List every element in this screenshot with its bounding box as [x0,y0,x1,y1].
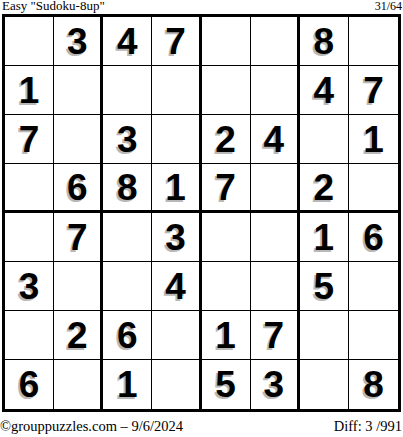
cell-r7c8[interactable] [349,311,398,360]
cell-r6c6[interactable] [251,262,300,311]
cell-r1c4[interactable]: 7 [152,17,201,66]
cell-r2c5[interactable] [202,66,251,115]
cell-r4c4[interactable]: 1 [152,164,201,213]
cell-r6c7[interactable]: 5 [300,262,349,311]
cell-r6c2[interactable] [54,262,103,311]
cell-r6c3[interactable] [103,262,152,311]
cell-r8c3[interactable]: 1 [103,360,152,409]
cell-r1c8[interactable] [349,17,398,66]
cell-r7c4[interactable] [152,311,201,360]
cell-r4c8[interactable] [349,164,398,213]
cell-r3c4[interactable] [152,115,201,164]
cell-r8c2[interactable] [54,360,103,409]
cell-r5c7[interactable]: 1 [300,213,349,262]
cell-r3c5[interactable]: 2 [202,115,251,164]
cell-r5c3[interactable] [103,213,152,262]
cell-r3c8[interactable]: 1 [349,115,398,164]
cell-r7c1[interactable] [5,311,54,360]
cell-r3c6[interactable]: 4 [251,115,300,164]
cell-r4c1[interactable] [5,164,54,213]
cell-r7c5[interactable]: 1 [202,311,251,360]
cell-r2c4[interactable] [152,66,201,115]
cell-r6c8[interactable] [349,262,398,311]
cell-r8c4[interactable] [152,360,201,409]
cell-r4c3[interactable]: 8 [103,164,152,213]
cell-r2c3[interactable] [103,66,152,115]
cell-r2c1[interactable]: 1 [5,66,54,115]
cell-r8c5[interactable]: 5 [202,360,251,409]
cell-r2c2[interactable] [54,66,103,115]
cell-r5c8[interactable]: 6 [349,213,398,262]
cell-r2c7[interactable]: 4 [300,66,349,115]
cell-r1c6[interactable] [251,17,300,66]
cell-r6c5[interactable] [202,262,251,311]
page-indicator: 31/64 [375,0,402,13]
cell-r8c7[interactable] [300,360,349,409]
sudoku-board: 347814773241681727316345261761538 [2,14,401,412]
cell-r7c7[interactable] [300,311,349,360]
cell-r2c8[interactable]: 7 [349,66,398,115]
copyright-credit: ©grouppuzzles.com – 9/6/2024 [0,418,183,434]
cell-r3c3[interactable]: 3 [103,115,152,164]
cell-r6c4[interactable]: 4 [152,262,201,311]
cell-r3c2[interactable] [54,115,103,164]
cell-r2c6[interactable] [251,66,300,115]
cell-r4c2[interactable]: 6 [54,164,103,213]
cell-r8c6[interactable]: 3 [251,360,300,409]
cell-r1c7[interactable]: 8 [300,17,349,66]
cell-r5c1[interactable] [5,213,54,262]
cell-r1c5[interactable] [202,17,251,66]
cell-r3c1[interactable]: 7 [5,115,54,164]
difficulty-label: Diff: 3 /991 [334,418,402,434]
header: Easy "Sudoku-8up" 31/64 [2,0,402,13]
cell-r5c2[interactable]: 7 [54,213,103,262]
cell-r5c4[interactable]: 3 [152,213,201,262]
cell-r1c2[interactable]: 3 [54,17,103,66]
cell-r7c2[interactable]: 2 [54,311,103,360]
cell-r1c3[interactable]: 4 [103,17,152,66]
cell-r7c3[interactable]: 6 [103,311,152,360]
cell-r8c1[interactable]: 6 [5,360,54,409]
cell-r4c5[interactable]: 7 [202,164,251,213]
cell-r1c1[interactable] [5,17,54,66]
cell-r4c6[interactable] [251,164,300,213]
cell-r4c7[interactable]: 2 [300,164,349,213]
cell-r5c6[interactable] [251,213,300,262]
cell-r5c5[interactable] [202,213,251,262]
cell-r3c7[interactable] [300,115,349,164]
puzzle-title: Easy "Sudoku-8up" [2,0,105,13]
footer: ©grouppuzzles.com – 9/6/2024 Diff: 3 /99… [0,418,402,434]
cell-r8c8[interactable]: 8 [349,360,398,409]
cell-r7c6[interactable]: 7 [251,311,300,360]
cell-r6c1[interactable]: 3 [5,262,54,311]
